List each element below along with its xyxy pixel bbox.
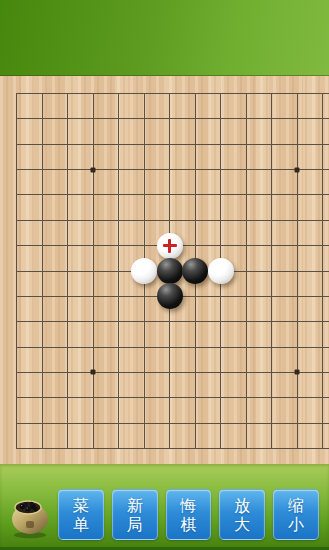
star-point: [91, 167, 96, 172]
button-label-char: 放: [234, 496, 250, 515]
star-point: [91, 370, 96, 375]
grid-hline: [16, 423, 329, 424]
button-label-char: 悔: [180, 496, 196, 515]
button-label-char: 单: [73, 515, 89, 534]
header-banner: [0, 0, 329, 76]
game-board[interactable]: [0, 76, 329, 464]
grid-hline: [16, 448, 329, 449]
grid-hline: [16, 194, 329, 195]
grid-vline: [246, 93, 247, 449]
star-point: [295, 370, 300, 375]
stone-white-6-6: [157, 233, 183, 259]
button-label-char: 棋: [180, 515, 196, 534]
last-move-marker: [163, 239, 177, 253]
button-new-game[interactable]: 新局: [112, 489, 158, 540]
button-label-char: 大: [234, 515, 250, 534]
button-menu[interactable]: 菜单: [58, 489, 104, 540]
app-screen: 菜单新局悔棋放大缩小: [0, 0, 329, 550]
grid-hline: [16, 144, 329, 145]
grid-hline: [16, 220, 329, 221]
stone-black-6-8: [157, 283, 183, 309]
button-zoom-out[interactable]: 缩小: [273, 489, 319, 540]
stone-black-7-7: [182, 258, 208, 284]
grid-hline: [16, 372, 329, 373]
grid-vline: [322, 93, 323, 449]
button-label-char: 小: [288, 515, 304, 534]
grid-hline: [16, 321, 329, 322]
stone-white-8-7: [208, 258, 234, 284]
button-label-char: 局: [127, 515, 143, 534]
grid-hline: [16, 397, 329, 398]
toolbar: 菜单新局悔棋放大缩小: [0, 464, 329, 550]
button-undo[interactable]: 悔棋: [166, 489, 212, 540]
button-label-char: 菜: [73, 496, 89, 515]
stone-black-6-7: [157, 258, 183, 284]
grid-vline: [271, 93, 272, 449]
grid-hline: [16, 93, 329, 94]
grid-hline: [16, 118, 329, 119]
toolbar-buttons: 菜单新局悔棋放大缩小: [58, 489, 319, 540]
grid-hline: [16, 169, 329, 170]
grid-vline: [297, 93, 298, 449]
button-label-char: 新: [127, 496, 143, 515]
stone-white-5-7: [131, 258, 157, 284]
stone-bowl-graphic: [7, 494, 53, 540]
star-point: [295, 167, 300, 172]
button-label-char: 缩: [288, 496, 304, 515]
stone-bowl-icon: [7, 494, 53, 540]
button-zoom-in[interactable]: 放大: [219, 489, 265, 540]
grid-hline: [16, 347, 329, 348]
